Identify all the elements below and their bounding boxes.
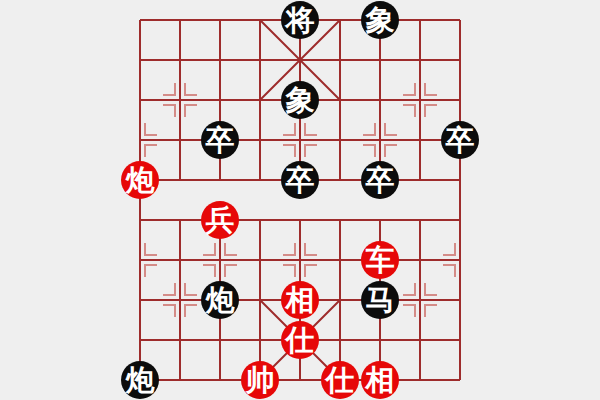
piece-glyph: 卒 bbox=[446, 126, 475, 155]
red-cannon[interactable]: 炮 bbox=[121, 161, 159, 199]
black-soldier[interactable]: 卒 bbox=[441, 121, 479, 159]
piece-glyph: 车 bbox=[366, 246, 395, 275]
black-general[interactable]: 将 bbox=[281, 1, 319, 39]
red-advisor[interactable]: 仕 bbox=[321, 361, 359, 399]
piece-glyph: 炮 bbox=[126, 166, 155, 195]
black-cannon[interactable]: 炮 bbox=[121, 361, 159, 399]
red-soldier[interactable]: 兵 bbox=[201, 201, 239, 239]
black-horse[interactable]: 马 bbox=[361, 281, 399, 319]
piece-glyph: 马 bbox=[366, 286, 395, 315]
piece-glyph: 相 bbox=[366, 366, 395, 395]
piece-glyph: 帅 bbox=[246, 366, 275, 395]
piece-glyph: 象 bbox=[286, 86, 315, 115]
black-cannon[interactable]: 炮 bbox=[201, 281, 239, 319]
piece-glyph: 卒 bbox=[206, 126, 235, 155]
red-advisor[interactable]: 仕 bbox=[281, 321, 319, 359]
black-soldier[interactable]: 卒 bbox=[281, 161, 319, 199]
red-elephant[interactable]: 相 bbox=[281, 281, 319, 319]
piece-glyph: 象 bbox=[366, 6, 395, 35]
black-elephant[interactable]: 象 bbox=[281, 81, 319, 119]
piece-glyph: 将 bbox=[286, 6, 315, 35]
piece-glyph: 炮 bbox=[206, 286, 235, 315]
red-chariot[interactable]: 车 bbox=[361, 241, 399, 279]
piece-glyph: 卒 bbox=[286, 166, 315, 195]
black-soldier[interactable]: 卒 bbox=[201, 121, 239, 159]
red-elephant[interactable]: 相 bbox=[361, 361, 399, 399]
black-soldier[interactable]: 卒 bbox=[361, 161, 399, 199]
piece-glyph: 炮 bbox=[126, 366, 155, 395]
piece-glyph: 仕 bbox=[286, 326, 315, 355]
piece-glyph: 卒 bbox=[366, 166, 395, 195]
xiangqi-board-stage: 将象象卒卒炮卒卒兵车炮相马仕炮帅仕相 bbox=[0, 0, 600, 400]
black-elephant[interactable]: 象 bbox=[361, 1, 399, 39]
piece-glyph: 兵 bbox=[206, 206, 235, 235]
piece-glyph: 仕 bbox=[326, 366, 355, 395]
red-general[interactable]: 帅 bbox=[241, 361, 279, 399]
board[interactable]: 将象象卒卒炮卒卒兵车炮相马仕炮帅仕相 bbox=[120, 0, 480, 400]
piece-glyph: 相 bbox=[286, 286, 315, 315]
